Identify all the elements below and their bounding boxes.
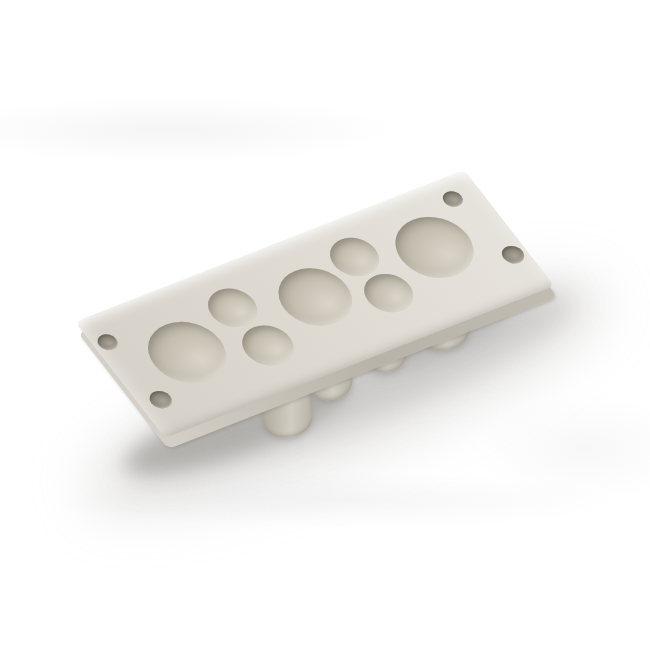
mounting-hole-2: [145, 388, 176, 411]
cable-hole-small-3: [232, 319, 303, 372]
product-photo-scene: [0, 0, 650, 650]
mounting-hole-4: [498, 243, 529, 266]
mounting-hole-3: [439, 189, 467, 210]
mounting-hole-1: [94, 332, 122, 353]
